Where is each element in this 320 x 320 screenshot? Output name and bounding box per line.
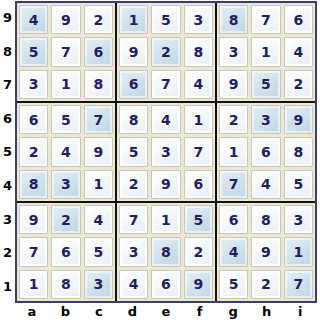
col-label-h: h <box>250 303 284 320</box>
cell-a6[interactable]: 6 <box>19 105 48 134</box>
row-label-8: 8 <box>0 35 15 69</box>
cell-b4[interactable]: 3 <box>51 170 80 199</box>
cell-g7[interactable]: 9 <box>219 70 248 99</box>
cell-c9[interactable]: 2 <box>84 5 113 34</box>
cell-d5[interactable]: 5 <box>119 137 148 166</box>
cell-b8[interactable]: 7 <box>51 37 80 66</box>
cell-a8[interactable]: 5 <box>19 37 48 66</box>
cell-d1[interactable]: 4 <box>119 270 148 299</box>
cell-g9[interactable]: 8 <box>219 5 248 34</box>
cell-a7[interactable]: 3 <box>19 70 48 99</box>
col-label-g: g <box>216 303 250 320</box>
cell-e7[interactable]: 7 <box>151 70 180 99</box>
row-label-9: 9 <box>0 1 15 35</box>
cell-i9[interactable]: 6 <box>284 5 313 34</box>
sudoku-page: 987654321 492576318153928674876314952657… <box>0 0 320 320</box>
cell-a3[interactable]: 9 <box>19 205 48 234</box>
row-label-3: 3 <box>0 202 15 236</box>
col-label-i: i <box>283 303 317 320</box>
cell-f9[interactable]: 3 <box>184 5 213 34</box>
cell-g5[interactable]: 1 <box>219 137 248 166</box>
row-label-1: 1 <box>0 269 15 303</box>
cell-b9[interactable]: 9 <box>51 5 80 34</box>
cell-g3[interactable]: 6 <box>219 205 248 234</box>
cell-e6[interactable]: 4 <box>151 105 180 134</box>
box-2-2: 683491527 <box>217 203 315 301</box>
col-label-e: e <box>149 303 183 320</box>
cell-d9[interactable]: 1 <box>119 5 148 34</box>
box-2-0: 924765183 <box>17 203 115 301</box>
cell-b7[interactable]: 1 <box>51 70 80 99</box>
cell-f2[interactable]: 2 <box>184 237 213 266</box>
cell-f3[interactable]: 5 <box>184 205 213 234</box>
col-label-c: c <box>82 303 116 320</box>
cell-a1[interactable]: 1 <box>19 270 48 299</box>
cell-f6[interactable]: 1 <box>184 105 213 134</box>
cell-c4[interactable]: 1 <box>84 170 113 199</box>
cell-i5[interactable]: 8 <box>284 137 313 166</box>
col-label-a: a <box>15 303 49 320</box>
cell-c5[interactable]: 9 <box>84 137 113 166</box>
col-labels: abcdefghi <box>15 303 317 320</box>
col-label-f: f <box>183 303 217 320</box>
cell-a9[interactable]: 4 <box>19 5 48 34</box>
cell-h9[interactable]: 7 <box>251 5 280 34</box>
box-1-2: 239168745 <box>217 103 315 201</box>
cell-h7[interactable]: 5 <box>251 70 280 99</box>
cell-e4[interactable]: 9 <box>151 170 180 199</box>
cell-i4[interactable]: 5 <box>284 170 313 199</box>
cell-g1[interactable]: 5 <box>219 270 248 299</box>
row-label-7: 7 <box>0 68 15 102</box>
row-label-4: 4 <box>0 169 15 203</box>
cell-f4[interactable]: 6 <box>184 170 213 199</box>
cell-e2[interactable]: 8 <box>151 237 180 266</box>
row-label-2: 2 <box>0 236 15 270</box>
cell-e5[interactable]: 3 <box>151 137 180 166</box>
cell-c7[interactable]: 8 <box>84 70 113 99</box>
cell-b6[interactable]: 5 <box>51 105 80 134</box>
cell-d3[interactable]: 7 <box>119 205 148 234</box>
cell-i7[interactable]: 2 <box>284 70 313 99</box>
row-label-5: 5 <box>0 135 15 169</box>
cell-g4[interactable]: 7 <box>219 170 248 199</box>
cell-h4[interactable]: 4 <box>251 170 280 199</box>
cell-f7[interactable]: 4 <box>184 70 213 99</box>
cell-g2[interactable]: 4 <box>219 237 248 266</box>
cell-c8[interactable]: 6 <box>84 37 113 66</box>
cell-c3[interactable]: 4 <box>84 205 113 234</box>
cell-b3[interactable]: 2 <box>51 205 80 234</box>
cell-d7[interactable]: 6 <box>119 70 148 99</box>
col-label-b: b <box>49 303 83 320</box>
box-1-1: 841537296 <box>117 103 215 201</box>
cell-b2[interactable]: 6 <box>51 237 80 266</box>
cell-c2[interactable]: 5 <box>84 237 113 266</box>
cell-a4[interactable]: 8 <box>19 170 48 199</box>
cell-i8[interactable]: 4 <box>284 37 313 66</box>
cell-e8[interactable]: 2 <box>151 37 180 66</box>
cell-i3[interactable]: 3 <box>284 205 313 234</box>
col-label-d: d <box>116 303 150 320</box>
row-label-6: 6 <box>0 102 15 136</box>
cell-h6[interactable]: 3 <box>251 105 280 134</box>
cell-h3[interactable]: 8 <box>251 205 280 234</box>
cell-i6[interactable]: 9 <box>284 105 313 134</box>
cell-i2[interactable]: 1 <box>284 237 313 266</box>
cell-f1[interactable]: 9 <box>184 270 213 299</box>
cell-d6[interactable]: 8 <box>119 105 148 134</box>
cell-b1[interactable]: 8 <box>51 270 80 299</box>
cell-a2[interactable]: 7 <box>19 237 48 266</box>
cell-b5[interactable]: 4 <box>51 137 80 166</box>
cell-h8[interactable]: 1 <box>251 37 280 66</box>
cell-h1[interactable]: 2 <box>251 270 280 299</box>
cell-e3[interactable]: 1 <box>151 205 180 234</box>
cell-e9[interactable]: 5 <box>151 5 180 34</box>
box-2-1: 715382469 <box>117 203 215 301</box>
cell-f8[interactable]: 8 <box>184 37 213 66</box>
cell-h5[interactable]: 6 <box>251 137 280 166</box>
cell-i1[interactable]: 7 <box>284 270 313 299</box>
cell-d8[interactable]: 9 <box>119 37 148 66</box>
cell-e1[interactable]: 6 <box>151 270 180 299</box>
sudoku-board: 4925763181539286748763149526572498318415… <box>15 1 317 303</box>
box-0-2: 876314952 <box>217 3 315 101</box>
cell-a5[interactable]: 2 <box>19 137 48 166</box>
box-0-0: 492576318 <box>17 3 115 101</box>
cell-c1[interactable]: 3 <box>84 270 113 299</box>
cell-g8[interactable]: 3 <box>219 37 248 66</box>
cell-g6[interactable]: 2 <box>219 105 248 134</box>
row-labels: 987654321 <box>0 1 15 303</box>
cell-f5[interactable]: 7 <box>184 137 213 166</box>
cell-d2[interactable]: 3 <box>119 237 148 266</box>
box-1-0: 657249831 <box>17 103 115 201</box>
box-0-1: 153928674 <box>117 3 215 101</box>
cell-h2[interactable]: 9 <box>251 237 280 266</box>
cell-d4[interactable]: 2 <box>119 170 148 199</box>
cell-c6[interactable]: 7 <box>84 105 113 134</box>
